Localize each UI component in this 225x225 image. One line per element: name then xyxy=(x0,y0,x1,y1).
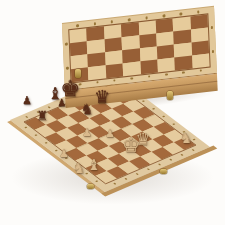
pieces-layer: ♟♜♝♚♟♞♛♟♟♚♛♞♟♞♝ xyxy=(0,0,225,225)
dark-pawn-1[interactable]: ♟ xyxy=(22,95,32,106)
light-pawn-2[interactable]: ♟ xyxy=(105,128,115,139)
chess-set-photo: ♟♜♝♚♟♞♛♟♟♚♛♞♟♞♝ xyxy=(0,0,225,225)
light-bishop[interactable]: ♝ xyxy=(87,158,100,173)
dark-queen[interactable]: ♛ xyxy=(94,88,110,106)
dark-pawn-2[interactable]: ♟ xyxy=(58,98,67,108)
dark-rook[interactable]: ♜ xyxy=(36,109,48,122)
light-pawn-3[interactable]: ♟ xyxy=(59,148,69,159)
light-knight-1[interactable]: ♞ xyxy=(180,131,193,145)
light-queen[interactable]: ♛ xyxy=(135,131,150,148)
light-pawn-1[interactable]: ♟ xyxy=(82,127,92,138)
light-knight-2[interactable]: ♞ xyxy=(73,161,86,175)
dark-knight[interactable]: ♞ xyxy=(81,102,94,116)
